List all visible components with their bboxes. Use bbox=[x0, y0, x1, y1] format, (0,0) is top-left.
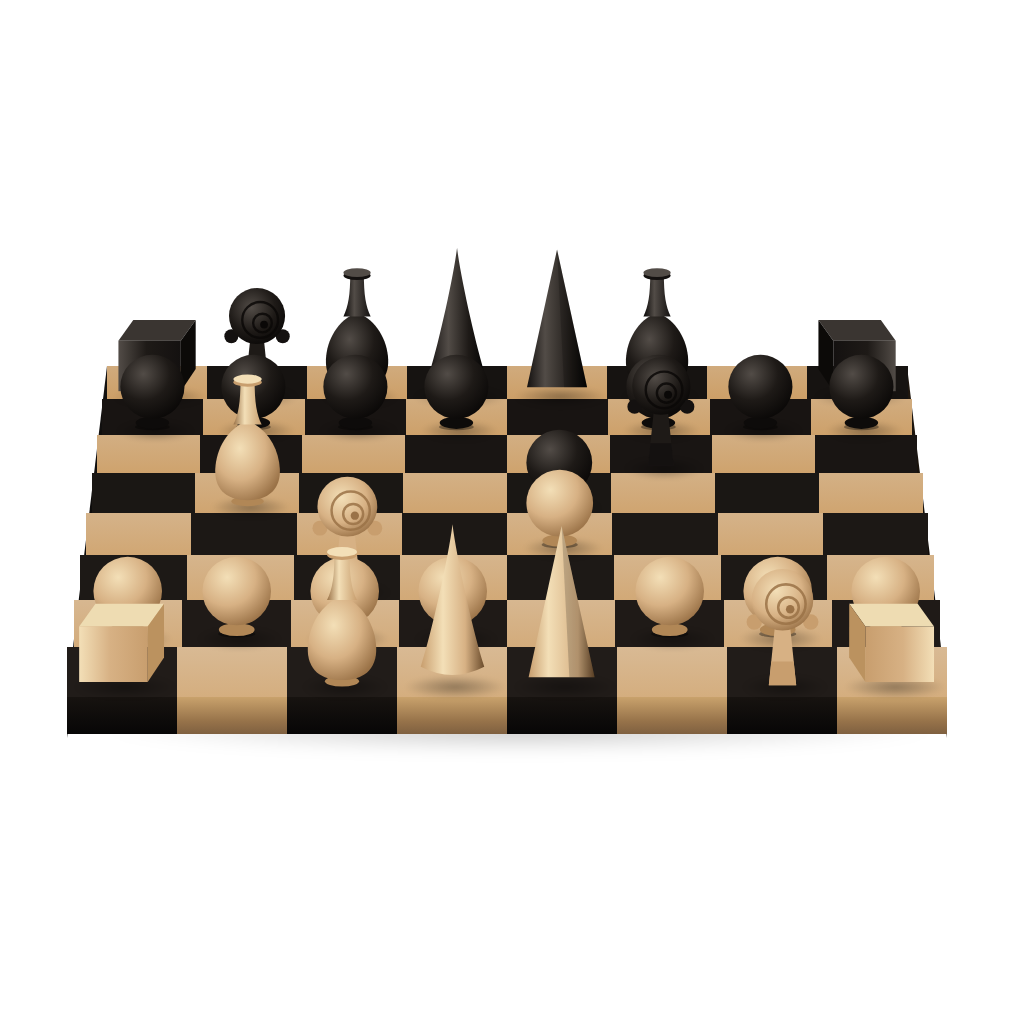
front-edge-f1 bbox=[617, 697, 727, 734]
black-pawn-g7[interactable] bbox=[727, 354, 794, 431]
square-b1[interactable] bbox=[177, 647, 287, 697]
front-edge-e1 bbox=[507, 697, 617, 734]
front-edge-h1 bbox=[837, 697, 947, 734]
square-a5[interactable] bbox=[92, 473, 196, 513]
black-knight-f6[interactable] bbox=[625, 347, 697, 468]
white-rook-a1[interactable] bbox=[71, 595, 172, 687]
white-queen-d1[interactable] bbox=[414, 517, 491, 688]
front-edge-b1 bbox=[177, 697, 287, 734]
rank-4 bbox=[86, 513, 928, 555]
board-front-edge bbox=[67, 697, 947, 734]
white-rook-h1[interactable] bbox=[841, 595, 942, 687]
front-edge-g1 bbox=[727, 697, 837, 734]
product-photo-stage bbox=[0, 0, 1024, 1024]
white-knight-g1[interactable] bbox=[744, 558, 821, 688]
square-h4[interactable] bbox=[823, 513, 928, 555]
white-bishop-b5[interactable] bbox=[206, 366, 289, 507]
square-a4[interactable] bbox=[86, 513, 191, 555]
white-pawn-f2[interactable] bbox=[634, 556, 705, 638]
square-b4[interactable] bbox=[191, 513, 296, 555]
square-f4[interactable] bbox=[612, 513, 717, 555]
square-f1[interactable] bbox=[617, 647, 727, 697]
white-pawn-b2[interactable] bbox=[201, 556, 272, 638]
front-edge-c1 bbox=[287, 697, 397, 734]
front-edge-d1 bbox=[397, 697, 507, 734]
square-d5[interactable] bbox=[403, 473, 507, 513]
square-h5[interactable] bbox=[819, 473, 923, 513]
square-g4[interactable] bbox=[718, 513, 823, 555]
square-g5[interactable] bbox=[715, 473, 819, 513]
black-pawn-d7[interactable] bbox=[423, 354, 490, 431]
black-pawn-h7[interactable] bbox=[828, 354, 895, 431]
white-king-e1[interactable] bbox=[522, 522, 601, 687]
black-pawn-c7[interactable] bbox=[322, 354, 389, 431]
front-edge-a1 bbox=[67, 697, 177, 734]
black-pawn-a7[interactable] bbox=[119, 354, 186, 431]
black-king-e8[interactable] bbox=[521, 246, 593, 396]
white-bishop-c1[interactable] bbox=[298, 538, 386, 688]
